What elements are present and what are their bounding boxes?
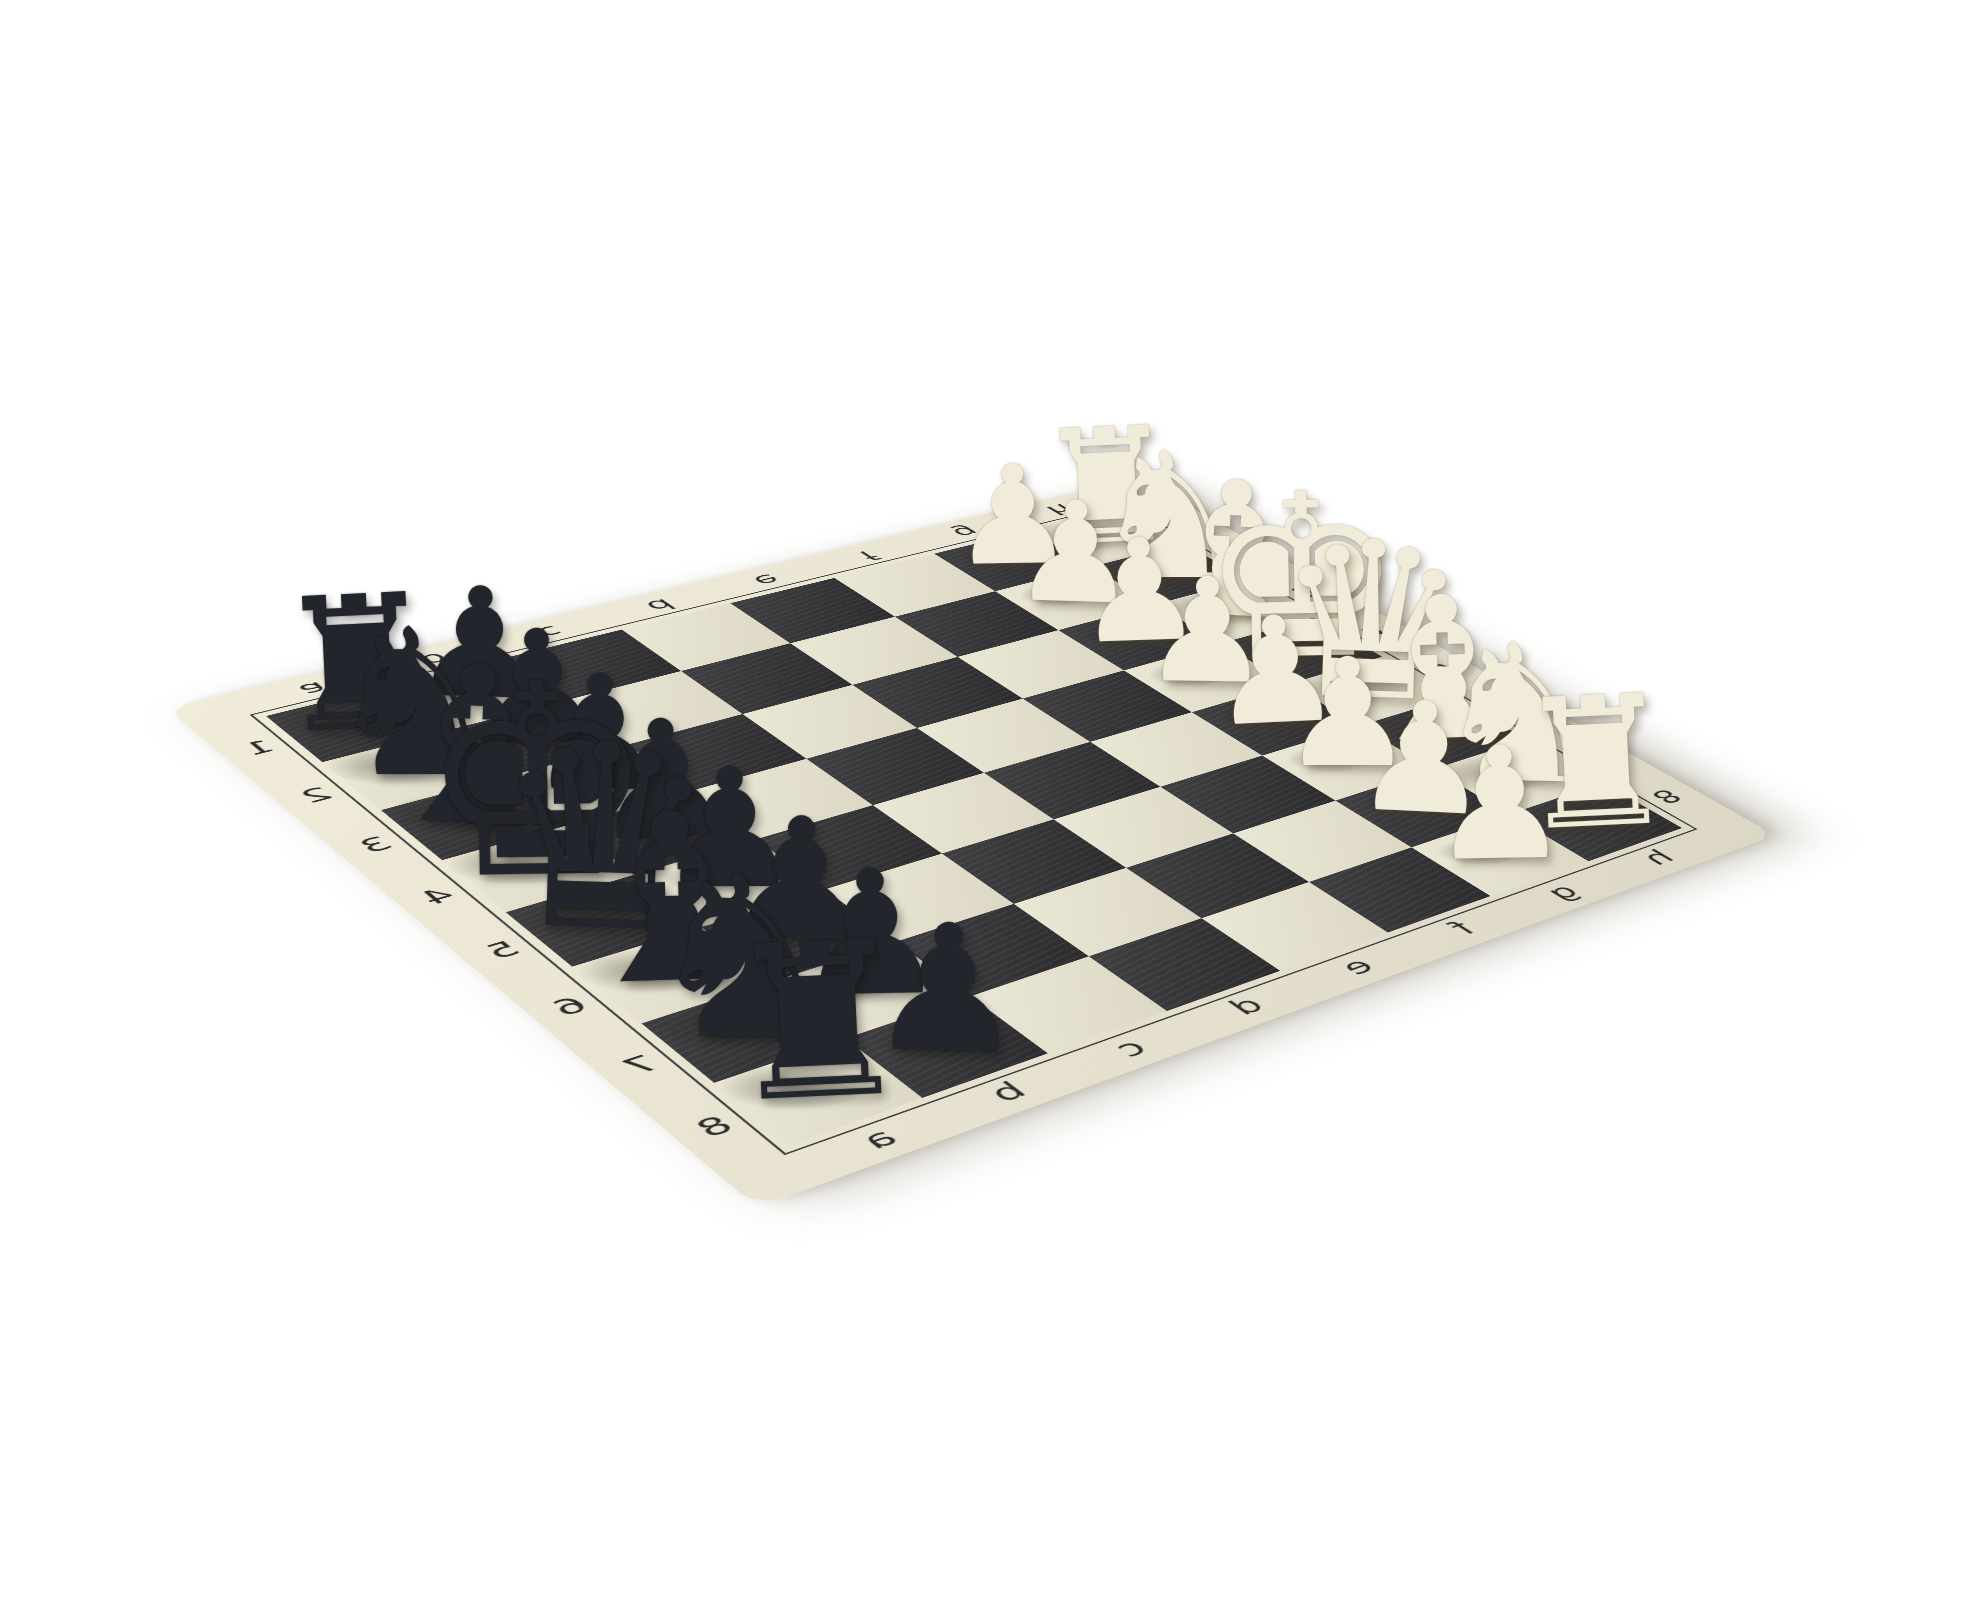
file-label-text: g (946, 523, 986, 541)
file-label-text: a (852, 1122, 906, 1154)
rank-label-text: 1 (236, 736, 282, 759)
rank-label-text: 3 (1284, 583, 1326, 601)
rank-label-text: 7 (614, 1050, 667, 1081)
file-label-text: e (1332, 953, 1382, 980)
file-label-text: h (1040, 501, 1080, 518)
file-label-text: g (1538, 879, 1587, 904)
file-label-text: h (1634, 845, 1682, 869)
board-grid: 12345678aabbccddeeffgghh12345678 (166, 478, 1775, 1208)
file-label-text: a (292, 678, 336, 700)
chessboard-product-photo: 12345678aabbccddeeffgghh12345678 ♜♞♝♚♛♝♞… (0, 0, 1986, 1620)
rank-label-text: 5 (1420, 659, 1464, 679)
rank-label-text: 2 (1220, 546, 1261, 564)
rank-label-text: 6 (544, 992, 596, 1021)
file-label-text: c (530, 622, 570, 642)
file-label-text: c (1105, 1033, 1155, 1061)
file-label-text: d (1220, 992, 1272, 1020)
file-label-text: f (852, 547, 884, 563)
rank-label-text: 8 (1644, 785, 1691, 807)
file-label-text: f (1442, 917, 1483, 940)
rank-label-text: 4 (413, 883, 462, 910)
file-label-text: b (981, 1076, 1035, 1107)
rank-label-text: 7 (1566, 742, 1612, 764)
rank-label-text: 8 (687, 1110, 742, 1142)
file-label-text: b (413, 649, 457, 670)
file-label-text: d (640, 596, 682, 616)
file-label-text: e (746, 571, 787, 590)
rank-label-text: 1 (1157, 511, 1197, 528)
chessboard-mat: 12345678aabbccddeeffgghh12345678 (166, 478, 1775, 1208)
rank-label-text: 4 (1351, 620, 1394, 639)
rank-label-text: 6 (1492, 700, 1537, 721)
rank-label-text: 3 (352, 832, 400, 857)
rank-label-text: 2 (293, 783, 340, 807)
rank-label-text: 5 (477, 936, 527, 964)
